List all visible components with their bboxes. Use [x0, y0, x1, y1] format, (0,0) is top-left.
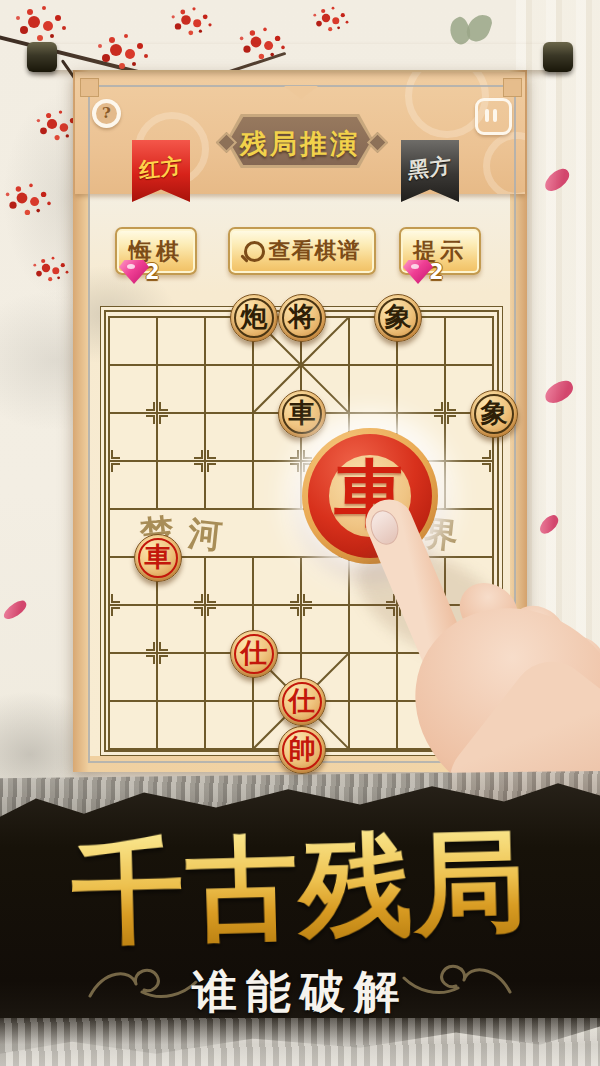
banner-subtitle: 谁能破解 [0, 962, 600, 1022]
board-position-marker [193, 593, 217, 617]
panel-corner-ornament [503, 78, 522, 97]
scroll-rod-cap [27, 42, 57, 72]
plum-blossoms [42, 264, 50, 272]
help-button[interactable]: ? [92, 99, 121, 128]
banner-title: 千古残局 [0, 820, 600, 953]
river-text-he: 河 [186, 510, 225, 559]
black-piece-象[interactable]: 象 [374, 294, 422, 342]
ink-wash-bottom [0, 1018, 600, 1066]
mode-title-plaque: 残局推演 [226, 114, 374, 168]
plum-blossoms [181, 15, 191, 25]
panel-corner-ornament [80, 78, 99, 97]
red-piece-仕[interactable]: 仕 [278, 678, 326, 726]
board-position-marker [481, 449, 505, 473]
undo-cost-badge: 2 [119, 258, 160, 284]
board-position-marker [97, 593, 121, 617]
panel-top-notch [284, 86, 318, 99]
plum-blossoms [322, 14, 330, 22]
black-piece-将[interactable]: 将 [278, 294, 326, 342]
board-position-marker [433, 401, 457, 425]
black-piece-象[interactable]: 象 [470, 390, 518, 438]
undo-cost: 2 [145, 260, 160, 284]
red-side-label: 红方 [139, 151, 183, 185]
black-piece-炮[interactable]: 炮 [230, 294, 278, 342]
board-position-marker [289, 593, 313, 617]
question-icon: ? [96, 103, 117, 124]
view-record-button[interactable]: 查看棋谱 [228, 227, 376, 275]
hint-cost-badge: 2 [403, 258, 444, 284]
magnifier-icon [244, 241, 265, 262]
red-piece-車[interactable]: 車 [134, 534, 182, 582]
pause-icon [485, 109, 489, 122]
pause-button[interactable] [475, 98, 512, 135]
black-piece-車[interactable]: 車 [278, 390, 326, 438]
plum-blossoms [17, 193, 28, 204]
view-record-label: 查看棋谱 [269, 236, 361, 266]
board-position-marker [97, 449, 121, 473]
board-position-marker [145, 401, 169, 425]
board-position-marker [145, 641, 169, 665]
scroll-rod-cap [543, 42, 573, 72]
black-side-label: 黑方 [408, 151, 452, 185]
app-screen: ? 残局推演 红方 黑方 悔棋 查看棋谱 提示 2 2 楚 河 汉 界 炮将象車… [0, 0, 600, 1066]
red-piece-帥[interactable]: 帥 [278, 726, 326, 774]
plum-blossoms [47, 119, 57, 129]
plum-blossoms [28, 16, 40, 28]
mode-title: 残局推演 [226, 126, 374, 162]
hint-cost: 2 [429, 260, 444, 284]
scroll-rod [28, 44, 572, 70]
board-position-marker [193, 449, 217, 473]
red-piece-仕[interactable]: 仕 [230, 630, 278, 678]
